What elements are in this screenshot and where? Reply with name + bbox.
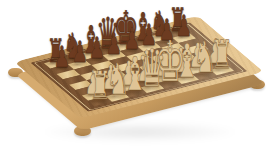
chess-set-photo: ♜♞♟♝♟♚♟♛♟♝♟♞♟♜♟♟♟♟♜♟♞♟♝♟♚♟♛♟♝♟♞♜ [0,0,270,149]
ground-shadow [40,122,240,142]
